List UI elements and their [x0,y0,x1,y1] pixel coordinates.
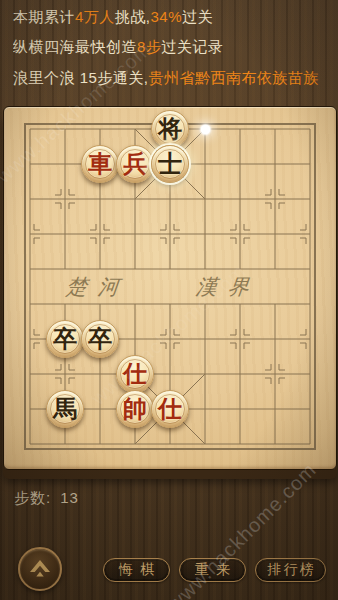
announcement-text: 浪里个浪 15步通关, [13,69,149,86]
piece-red-車[interactable]: 車 [81,145,119,183]
piece-character: 車 [88,152,112,176]
piece-black-馬[interactable]: 馬 [46,390,84,428]
piece-character: 仕 [158,397,182,421]
chevron-up-icon [28,557,52,582]
piece-character: 士 [158,152,182,176]
announcement-banner: 本期累计4万人挑战,34%过关 纵横四海最快创造8步过关记录 浪里个浪 15步通… [0,0,338,101]
river-label-chu-he: 楚河 [65,273,132,301]
announcement-highlight: 4万人 [75,8,115,25]
announcement-line-1: 本期累计4万人挑战,34%过关 [13,8,338,27]
step-counter-label: 步数: [14,489,51,506]
last-move-marker [201,125,210,134]
piece-red-兵[interactable]: 兵 [116,145,154,183]
piece-black-将[interactable]: 将 [151,110,189,148]
piece-red-仕[interactable]: 仕 [116,355,154,393]
piece-red-帥[interactable]: 帥 [116,390,154,428]
announcement-line-2: 纵横四海最快创造8步过关记录 [13,38,338,57]
announcement-text: 挑战, [115,8,151,25]
piece-character: 将 [158,117,182,141]
piece-character: 仕 [123,362,147,386]
piece-character: 馬 [53,397,77,421]
leaderboard-button[interactable]: 排行榜 [255,558,326,582]
announcement-text: 纵横四海最快创造 [13,38,137,55]
piece-character: 兵 [123,152,147,176]
piece-character: 卒 [53,327,77,351]
announcement-highlight: 8步 [137,38,161,55]
game-screen: 本期累计4万人挑战,34%过关 纵横四海最快创造8步过关记录 浪里个浪 15步通… [0,0,338,600]
piece-character: 帥 [123,397,147,421]
step-counter-value: 13 [60,489,79,506]
announcement-text: 过关记录 [161,38,223,55]
announcement-highlight: 贵州省黔西南布依族苗族 [149,69,320,86]
step-counter: 步数:13 [14,489,79,508]
river-label-han-jie: 漢界 [195,273,262,301]
announcement-text: 本期累计 [13,8,75,25]
piece-red-仕[interactable]: 仕 [151,390,189,428]
xiangqi-board[interactable]: 楚河 漢界 将車兵士卒卒仕馬帥仕 [3,106,337,470]
piece-black-卒[interactable]: 卒 [81,320,119,358]
expand-panel-button[interactable] [18,547,62,591]
announcement-highlight: 34% [151,8,183,25]
restart-button[interactable]: 重来 [179,558,246,582]
piece-black-卒[interactable]: 卒 [46,320,84,358]
piece-character: 卒 [88,327,112,351]
undo-move-button[interactable]: 悔棋 [103,558,170,582]
announcement-line-3: 浪里个浪 15步通关,贵州省黔西南布依族苗族 [13,69,338,88]
announcement-text: 过关 [182,8,213,25]
piece-black-士[interactable]: 士 [151,145,189,183]
